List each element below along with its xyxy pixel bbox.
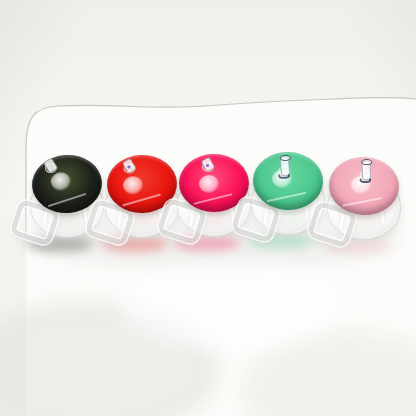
straw-tip-rim — [280, 155, 291, 161]
mat-highlight — [120, 260, 340, 350]
condensation-circle — [123, 176, 144, 195]
lid-gloss — [122, 194, 161, 207]
straw-glint — [206, 164, 209, 167]
condensation-circle — [199, 175, 219, 193]
lid-gloss — [267, 192, 307, 202]
lid-gloss — [193, 193, 232, 205]
condensation-circle — [50, 172, 71, 191]
straw-glint — [127, 165, 130, 168]
lid-gloss — [342, 197, 382, 207]
product-photo — [0, 0, 416, 416]
straw-dark-ring — [359, 177, 371, 183]
lid-gloss — [48, 193, 87, 207]
straw-tip-rim — [361, 159, 372, 165]
